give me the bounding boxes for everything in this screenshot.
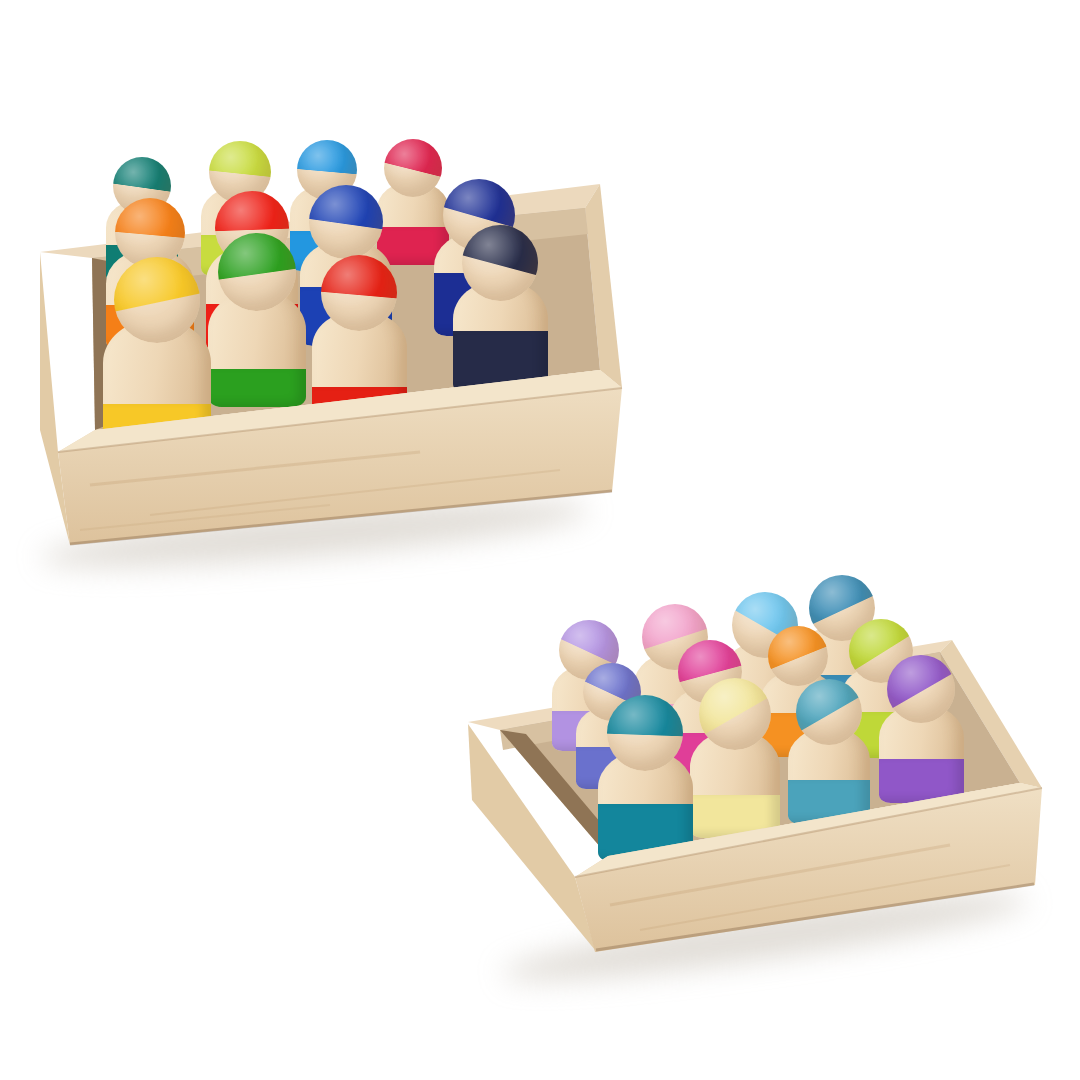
doll-base-band bbox=[690, 795, 780, 838]
tray-pastel-dolls bbox=[0, 0, 1080, 1080]
doll-head bbox=[796, 679, 862, 745]
doll-head bbox=[699, 678, 771, 750]
doll-head bbox=[607, 695, 683, 771]
doll-head bbox=[768, 626, 828, 686]
peg-doll-pastel-teal bbox=[598, 695, 693, 862]
tray-pastel bbox=[0, 0, 1080, 1080]
peg-doll-pastel-purple bbox=[879, 655, 964, 803]
doll-base-band bbox=[879, 759, 964, 803]
doll-head bbox=[887, 655, 955, 723]
peg-doll-pastel-pale-yellow bbox=[690, 678, 780, 838]
peg-doll-pastel-cadet-blue bbox=[788, 679, 871, 824]
doll-base-band bbox=[788, 780, 871, 824]
product-photo bbox=[0, 0, 1080, 1080]
doll-base-band bbox=[598, 804, 693, 862]
